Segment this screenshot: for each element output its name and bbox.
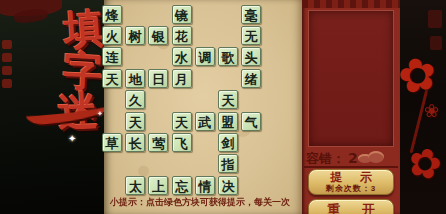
board-tile[interactable]: 树 — [125, 26, 145, 45]
control-panel: 容错：2 提 示 剩余次数：3 重 开 — [302, 0, 400, 214]
sparkle-icon: ✦ — [97, 110, 103, 118]
sparkle-icon: ✦ — [68, 133, 76, 144]
board-tile[interactable]: 盟 — [218, 112, 238, 131]
board-tile[interactable]: 天 — [125, 112, 145, 131]
divider-line — [304, 166, 398, 168]
board-tile[interactable]: 连 — [102, 47, 122, 66]
board-tile[interactable]: 天 — [218, 90, 238, 109]
board-tile[interactable]: 太 — [125, 176, 145, 195]
board-tile[interactable]: 歌 — [218, 47, 238, 66]
background-art — [428, 10, 442, 28]
flower-icon: ✿ — [403, 136, 446, 189]
panel-top-border — [302, 0, 400, 8]
board-tile[interactable]: 指 — [218, 154, 238, 173]
board-tile[interactable]: 毫 — [241, 5, 261, 24]
board-tile[interactable]: 烽 — [102, 5, 122, 24]
board-tile[interactable]: 久 — [125, 90, 145, 109]
board-tile[interactable]: 镜 — [172, 5, 192, 24]
board-tile[interactable]: 天 — [172, 112, 192, 131]
board-tile[interactable]: 日 — [148, 69, 168, 88]
board-tile[interactable]: 决 — [218, 176, 238, 195]
board-tile[interactable]: 花 — [172, 26, 192, 45]
board-tile[interactable]: 忘 — [172, 176, 192, 195]
board-tile[interactable]: 武 — [195, 112, 215, 131]
game-screen: 填 字 迷 ✦ ✦ 烽镜毫火树银花无连水调歌头天地日月绪久天天天武盟气草长莺飞剑… — [0, 0, 446, 214]
board-tile[interactable]: 长 — [125, 133, 145, 152]
board-tile[interactable]: 绪 — [241, 69, 261, 88]
board-tile[interactable]: 调 — [195, 47, 215, 66]
flower-icon: ❀ — [424, 100, 439, 121]
cloud-ornament — [358, 151, 384, 163]
board-tile[interactable]: 水 — [172, 47, 192, 66]
board-tile[interactable]: 地 — [125, 69, 145, 88]
background-art — [2, 40, 12, 88]
restart-button[interactable]: 重 开 — [308, 199, 394, 214]
board-tile[interactable]: 情 — [195, 176, 215, 195]
board-tile[interactable]: 火 — [102, 26, 122, 45]
board-tile[interactable]: 月 — [172, 69, 192, 88]
board-tile[interactable]: 上 — [148, 176, 168, 195]
board-tile[interactable]: 莺 — [148, 133, 168, 152]
board-tile[interactable]: 天 — [102, 69, 122, 88]
board-tile[interactable]: 剑 — [218, 133, 238, 152]
board-tile[interactable]: 草 — [102, 133, 122, 152]
hint-bar-text: 小提示：点击绿色方块可获得提示，每关一次 — [110, 197, 298, 208]
hint-button-label: 提 示 — [309, 171, 393, 184]
flower-icon: ✿ — [393, 45, 442, 106]
error-tolerance-label: 容错： — [306, 151, 345, 166]
board-tile[interactable]: 飞 — [172, 133, 192, 152]
hint-button[interactable]: 提 示 剩余次数：3 — [308, 169, 394, 195]
floral-decoration: ✿ ✿ ❀ — [400, 0, 446, 214]
board-tile[interactable]: 气 — [241, 112, 261, 131]
hint-remaining-count: 剩余次数：3 — [309, 184, 393, 193]
board-tile[interactable]: 头 — [241, 47, 261, 66]
board-tile[interactable]: 无 — [241, 26, 261, 45]
left-sidebar: 填 字 迷 ✦ ✦ — [0, 0, 106, 214]
puzzle-display-box — [308, 10, 394, 147]
puzzle-board: 烽镜毫火树银花无连水调歌头天地日月绪久天天天武盟气草长莺飞剑指太上忘情决 小提示… — [104, 0, 302, 214]
board-tile[interactable]: 银 — [148, 26, 168, 45]
error-tolerance-value: 2 — [348, 150, 358, 166]
